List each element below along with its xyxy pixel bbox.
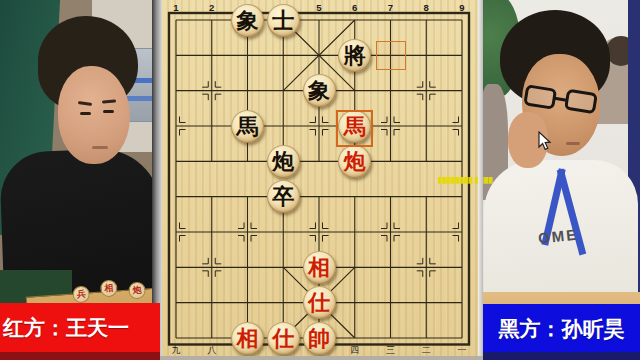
piece-red-相[interactable]: 相 [303, 251, 336, 284]
piece-red-相[interactable]: 相 [231, 322, 264, 355]
piece-black-象[interactable]: 象 [231, 4, 264, 37]
piece-red-帥[interactable]: 帥 [303, 322, 336, 355]
board-row-label: 三 [386, 345, 395, 355]
board-row-label: 九 [172, 345, 181, 355]
black-player-banner: 黑方：孙昕昊 [483, 304, 640, 353]
last-move-destination-marker [336, 110, 373, 147]
piece-black-卒[interactable]: 卒 [267, 180, 300, 213]
board-col-label: 8 [424, 2, 429, 13]
piece-black-將[interactable]: 將 [338, 39, 371, 72]
piece-black-馬[interactable]: 馬 [231, 110, 264, 143]
xiangqi-board[interactable]: 123456789九八七六五四三二一 象士將象馬馬炮炮卒相仕相仕帥 ██████… [160, 0, 480, 360]
board-col-label: 9 [459, 2, 464, 13]
board-row-label: 二 [422, 345, 431, 355]
piece-black-象[interactable]: 象 [303, 74, 336, 107]
mouse-cursor [538, 131, 552, 151]
black-banner-strip [483, 352, 640, 360]
monitor-text-bar [124, 96, 154, 101]
last-move-origin-marker [376, 41, 406, 70]
board-col-label: 6 [352, 2, 357, 13]
piece-black-炮[interactable]: 炮 [267, 145, 300, 178]
board-bottom-edge [160, 356, 483, 360]
piece-red-炮[interactable]: 炮 [338, 145, 371, 178]
board-row-label: 四 [350, 345, 359, 355]
piece-red-仕[interactable]: 仕 [267, 322, 300, 355]
board-col-label: 2 [209, 2, 214, 13]
player-face [58, 66, 130, 164]
red-player-banner: 红方：王天一 [0, 303, 160, 353]
piece-black-士[interactable]: 士 [267, 4, 300, 37]
board-row-label: 一 [458, 345, 467, 355]
board-col-label: 5 [316, 2, 322, 13]
broadcast-frame: 兵 相 炮 仕 兵 帥 OME 123456789九八七六五四三二一 象士將象馬… [0, 0, 640, 360]
piece-red-仕[interactable]: 仕 [303, 286, 336, 319]
red-banner-strip [0, 352, 160, 360]
board-col-label: 7 [388, 2, 393, 13]
board-row-label: 八 [207, 345, 216, 355]
board-col-label: 1 [173, 2, 179, 13]
